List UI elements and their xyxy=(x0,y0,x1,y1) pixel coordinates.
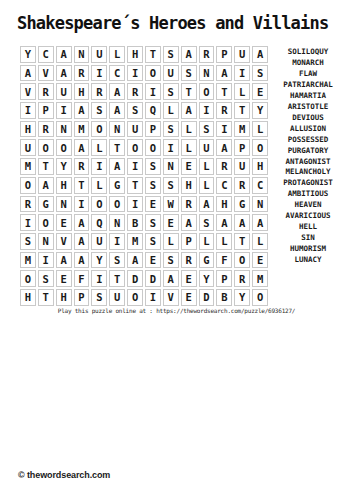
word-list-item: MONARCH xyxy=(264,58,352,69)
grid-cell[interactable]: P xyxy=(38,102,54,119)
grid-cell[interactable]: I xyxy=(56,102,72,119)
grid-cell[interactable]: Q xyxy=(145,102,161,119)
grid-cell[interactable]: E xyxy=(56,214,72,231)
grid-cell[interactable]: T xyxy=(234,233,250,250)
word-list-item: HEAVEN xyxy=(264,200,352,211)
grid-cell[interactable]: A xyxy=(199,196,215,213)
grid-cell[interactable]: P xyxy=(216,270,232,287)
grid-cell[interactable]: N xyxy=(199,65,215,82)
grid-cell[interactable]: S xyxy=(91,102,107,119)
word-list-item: FLAW xyxy=(264,69,352,80)
grid-cell[interactable]: I xyxy=(145,289,161,306)
grid-cell[interactable]: L xyxy=(109,46,125,63)
grid-cell[interactable]: A xyxy=(74,102,90,119)
grid-cell[interactable]: H xyxy=(20,289,36,306)
grid-cell[interactable]: U xyxy=(20,139,36,156)
grid-cell[interactable]: A xyxy=(38,177,54,194)
grid-cell[interactable]: H xyxy=(20,121,36,138)
grid-cell[interactable]: L xyxy=(216,233,232,250)
grid-cell[interactable]: I xyxy=(91,65,107,82)
word-list-item: HUMORISM xyxy=(264,244,352,255)
grid-cell[interactable]: I xyxy=(216,121,232,138)
grid-cell[interactable]: G xyxy=(38,196,54,213)
grid-cell[interactable]: S xyxy=(145,214,161,231)
grid-cell[interactable]: I xyxy=(91,158,107,175)
grid-cell[interactable]: M xyxy=(234,121,250,138)
grid-cell[interactable]: V xyxy=(20,83,36,100)
grid-cell[interactable]: A xyxy=(74,252,90,269)
grid-cell[interactable]: S xyxy=(109,252,125,269)
grid-cell[interactable]: N xyxy=(56,121,72,138)
word-list-item: DEVIOUS xyxy=(264,113,352,124)
grid-cell[interactable]: P xyxy=(145,121,161,138)
word-list-item: ALLUSION xyxy=(264,124,352,135)
word-list-item: AVARICIOUS xyxy=(264,211,352,222)
grid-cell[interactable]: U xyxy=(91,233,107,250)
grid-cell[interactable]: O xyxy=(127,139,143,156)
grid-cell[interactable]: I xyxy=(127,65,143,82)
grid-cell[interactable]: A xyxy=(56,252,72,269)
word-list-item: ARISTOTLE xyxy=(264,102,352,113)
word-list-item: HELL xyxy=(264,222,352,233)
grid-cell[interactable]: A xyxy=(181,46,197,63)
word-list-item: PROTAGONIST xyxy=(264,178,352,189)
grid-cell[interactable]: I xyxy=(234,65,250,82)
grid-cell[interactable]: S xyxy=(38,270,54,287)
word-search-grid: YCANULHTSARPUAAVARICIOUSNAISVRUHRARISTOT… xyxy=(20,46,268,306)
grid-cell[interactable]: O xyxy=(38,214,54,231)
grid-cell[interactable]: F xyxy=(74,270,90,287)
grid-cell[interactable]: L xyxy=(199,158,215,175)
grid-cell[interactable]: T xyxy=(74,177,90,194)
grid-cell[interactable]: H xyxy=(181,177,197,194)
word-list-item: POSSESSED xyxy=(264,135,352,146)
grid-cell[interactable]: M xyxy=(20,252,36,269)
grid-cell[interactable]: I xyxy=(127,196,143,213)
grid-cell[interactable]: D xyxy=(199,289,215,306)
grid-cell[interactable]: P xyxy=(74,289,90,306)
grid-cell[interactable]: N xyxy=(109,214,125,231)
grid-cell[interactable]: F xyxy=(216,252,232,269)
grid-cell[interactable]: S xyxy=(91,289,107,306)
grid-cell[interactable]: P xyxy=(181,233,197,250)
grid-cell[interactable]: R xyxy=(181,252,197,269)
grid-cell[interactable]: O xyxy=(91,121,107,138)
grid-cell[interactable]: C xyxy=(38,46,54,63)
word-list-item: PATRIARCHAL xyxy=(264,80,352,91)
grid-cell[interactable]: N xyxy=(109,121,125,138)
grid-cell[interactable]: R xyxy=(38,121,54,138)
grid-cell[interactable]: R xyxy=(74,65,90,82)
grid-cell[interactable]: R xyxy=(234,270,250,287)
grid-cell[interactable]: A xyxy=(74,139,90,156)
grid-cell[interactable]: H xyxy=(74,83,90,100)
grid-cell[interactable]: L xyxy=(91,139,107,156)
grid-cell[interactable]: S xyxy=(145,177,161,194)
puzzle-title: Shakespeare´s Heroes and Villains xyxy=(17,13,328,33)
grid-cell[interactable]: Y xyxy=(20,46,36,63)
grid-cell[interactable]: R xyxy=(38,83,54,100)
grid-cell[interactable]: L xyxy=(199,177,215,194)
grid-cell[interactable]: R xyxy=(199,46,215,63)
grid-cell[interactable]: U xyxy=(56,83,72,100)
grid-cell[interactable]: S xyxy=(163,46,179,63)
grid-cell[interactable]: U xyxy=(234,46,250,63)
grid-cell[interactable]: S xyxy=(199,214,215,231)
grid-cell[interactable]: T xyxy=(109,270,125,287)
grid-cell[interactable]: A xyxy=(74,214,90,231)
grid-cell[interactable]: R xyxy=(234,177,250,194)
grid-cell[interactable]: O xyxy=(199,83,215,100)
grid-cell[interactable]: U xyxy=(199,139,215,156)
grid-cell[interactable]: I xyxy=(38,252,54,269)
grid-cell[interactable]: O xyxy=(20,177,36,194)
grid-cell[interactable]: U xyxy=(234,158,250,175)
grid-cell[interactable]: T xyxy=(234,102,250,119)
grid-cell[interactable]: A xyxy=(234,214,250,231)
grid-cell[interactable]: Y xyxy=(56,158,72,175)
grid-cell[interactable]: A xyxy=(127,252,143,269)
grid-cell[interactable]: H xyxy=(56,177,72,194)
grid-cell[interactable]: C xyxy=(216,177,232,194)
grid-cell[interactable]: V xyxy=(163,289,179,306)
grid-cell[interactable]: N xyxy=(74,46,90,63)
grid-cell[interactable]: I xyxy=(20,214,36,231)
word-list-item: SIN xyxy=(264,233,352,244)
grid-cell[interactable]: B xyxy=(216,289,232,306)
grid-cell[interactable]: L xyxy=(234,83,250,100)
grid-cell[interactable]: O xyxy=(234,252,250,269)
grid-cell[interactable]: A xyxy=(181,102,197,119)
grid-cell[interactable]: Y xyxy=(199,270,215,287)
grid-cell[interactable]: P xyxy=(234,139,250,156)
grid-cell[interactable]: O xyxy=(56,139,72,156)
copyright-footer: © thewordsearch.com xyxy=(18,470,110,480)
grid-cell[interactable]: L xyxy=(181,121,197,138)
grid-cell[interactable]: M xyxy=(127,233,143,250)
grid-cell[interactable]: T xyxy=(181,83,197,100)
grid-cell[interactable]: E xyxy=(181,158,197,175)
grid-cell[interactable]: A xyxy=(163,270,179,287)
word-list-item: SOLILOQUY xyxy=(264,47,352,58)
grid-cell[interactable]: T xyxy=(38,289,54,306)
grid-cell[interactable]: W xyxy=(163,196,179,213)
grid-cell[interactable]: A xyxy=(216,139,232,156)
grid-cell[interactable]: R xyxy=(91,83,107,100)
grid-cell[interactable]: A xyxy=(56,46,72,63)
grid-cell[interactable]: Y xyxy=(234,289,250,306)
grid-cell[interactable]: P xyxy=(216,46,232,63)
grid-cell[interactable]: I xyxy=(91,270,107,287)
grid-cell[interactable]: R xyxy=(181,196,197,213)
grid-cell[interactable]: M xyxy=(74,121,90,138)
grid-cell[interactable]: D xyxy=(127,270,143,287)
grid-cell[interactable]: O xyxy=(252,289,268,306)
grid-cell[interactable]: R xyxy=(216,102,232,119)
grid-cell[interactable]: M xyxy=(20,158,36,175)
grid-cell[interactable]: U xyxy=(109,289,125,306)
grid-cell[interactable]: O xyxy=(38,139,54,156)
grid-cell[interactable]: Q xyxy=(91,214,107,231)
grid-cell[interactable]: O xyxy=(145,65,161,82)
grid-cell[interactable]: R xyxy=(20,196,36,213)
grid-cell[interactable]: B xyxy=(127,214,143,231)
grid-cell[interactable]: M xyxy=(252,270,268,287)
word-list: SOLILOQUYMONARCHFLAWPATRIARCHALHAMARTIAA… xyxy=(264,47,352,266)
word-list-item: ANTAGONIST xyxy=(264,157,352,168)
grid-cell[interactable]: E xyxy=(145,196,161,213)
page-root: Shakespeare´s Heroes and Villains YCANUL… xyxy=(0,0,353,500)
grid-cell[interactable]: S xyxy=(145,233,161,250)
grid-cell[interactable]: U xyxy=(91,46,107,63)
grid-cell[interactable]: I xyxy=(20,102,36,119)
grid-cell[interactable]: I xyxy=(199,102,215,119)
grid-cell[interactable]: A xyxy=(216,65,232,82)
grid-cell[interactable]: L xyxy=(91,177,107,194)
grid-cell[interactable]: A xyxy=(74,233,90,250)
grid-cell[interactable]: V xyxy=(56,233,72,250)
grid-cell[interactable]: T xyxy=(216,83,232,100)
grid-cell[interactable]: O xyxy=(91,196,107,213)
word-list-item: LUNACY xyxy=(264,255,352,266)
grid-cell[interactable]: T xyxy=(109,139,125,156)
grid-cell[interactable]: R xyxy=(127,83,143,100)
grid-cell[interactable]: U xyxy=(127,121,143,138)
grid-cell[interactable]: A xyxy=(109,83,125,100)
grid-cell[interactable]: S xyxy=(163,252,179,269)
word-list-item: PURGATORY xyxy=(264,146,352,157)
grid-cell[interactable]: T xyxy=(145,46,161,63)
grid-cell[interactable]: S xyxy=(163,121,179,138)
grid-cell[interactable]: G xyxy=(109,177,125,194)
grid-cell[interactable]: H xyxy=(216,196,232,213)
grid-cell[interactable]: L xyxy=(199,233,215,250)
grid-cell[interactable]: H xyxy=(56,289,72,306)
grid-cell[interactable]: I xyxy=(109,233,125,250)
grid-cell[interactable]: N xyxy=(163,158,179,175)
grid-cell[interactable]: S xyxy=(20,233,36,250)
grid-cell[interactable]: E xyxy=(145,252,161,269)
grid-cell[interactable]: S xyxy=(163,177,179,194)
grid-cell[interactable]: N xyxy=(56,196,72,213)
grid-cell[interactable]: S xyxy=(163,83,179,100)
grid-cell[interactable]: S xyxy=(199,121,215,138)
grid-cell[interactable]: C xyxy=(109,65,125,82)
grid-cell[interactable]: Y xyxy=(91,252,107,269)
grid-cell[interactable]: E xyxy=(163,214,179,231)
grid-cell[interactable]: V xyxy=(38,65,54,82)
grid-cell[interactable]: N xyxy=(38,233,54,250)
grid-cell[interactable]: E xyxy=(181,289,197,306)
grid-cell[interactable]: D xyxy=(145,270,161,287)
grid-cell[interactable]: R xyxy=(216,158,232,175)
grid-cell[interactable]: E xyxy=(181,270,197,287)
grid-cell[interactable]: I xyxy=(145,83,161,100)
grid-cell[interactable]: G xyxy=(199,252,215,269)
grid-cell[interactable]: T xyxy=(38,158,54,175)
grid-cell[interactable]: O xyxy=(109,196,125,213)
play-online-line: Play this puzzle online at : https://the… xyxy=(0,307,353,314)
grid-cell[interactable]: L xyxy=(163,102,179,119)
grid-cell[interactable]: A xyxy=(109,102,125,119)
grid-cell[interactable]: L xyxy=(163,233,179,250)
grid-cell[interactable]: A xyxy=(109,158,125,175)
grid-cell[interactable]: A xyxy=(20,65,36,82)
grid-cell[interactable]: I xyxy=(127,158,143,175)
grid-cell[interactable]: G xyxy=(234,196,250,213)
grid-cell[interactable]: A xyxy=(56,65,72,82)
grid-cell[interactable]: R xyxy=(74,158,90,175)
grid-cell[interactable]: T xyxy=(127,177,143,194)
grid-cell[interactable]: U xyxy=(163,65,179,82)
grid-cell[interactable]: O xyxy=(20,270,36,287)
grid-cell[interactable]: S xyxy=(145,158,161,175)
grid-cell[interactable]: E xyxy=(56,270,72,287)
grid-cell[interactable]: A xyxy=(216,214,232,231)
word-list-item: AMBITIOUS xyxy=(264,189,352,200)
grid-cell[interactable]: A xyxy=(181,214,197,231)
grid-cell[interactable]: O xyxy=(145,139,161,156)
word-list-item: HAMARTIA xyxy=(264,91,352,102)
grid-cell[interactable]: S xyxy=(181,65,197,82)
grid-cell[interactable]: I xyxy=(163,139,179,156)
grid-cell[interactable]: H xyxy=(127,46,143,63)
grid-cell[interactable]: S xyxy=(127,102,143,119)
word-list-item: MELANCHOLY xyxy=(264,167,352,178)
grid-cell[interactable]: O xyxy=(127,289,143,306)
grid-cell[interactable]: L xyxy=(181,139,197,156)
grid-cell[interactable]: I xyxy=(74,196,90,213)
